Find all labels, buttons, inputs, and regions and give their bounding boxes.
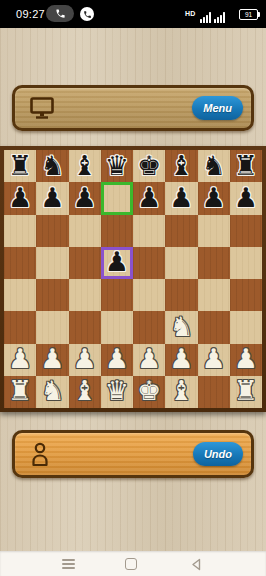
piece-white-rook: ♜ bbox=[8, 377, 32, 404]
square-g1[interactable] bbox=[198, 376, 230, 408]
square-c5[interactable] bbox=[69, 247, 101, 279]
square-g3[interactable] bbox=[198, 311, 230, 343]
piece-black-pawn: ♟ bbox=[137, 184, 161, 211]
piece-black-pawn: ♟ bbox=[40, 184, 64, 211]
volte-hd-indicator: HD bbox=[185, 10, 196, 17]
piece-black-bishop: ♝ bbox=[169, 152, 193, 179]
piece-white-king: ♚ bbox=[137, 377, 161, 404]
piece-black-knight: ♞ bbox=[202, 152, 226, 179]
square-h5[interactable] bbox=[230, 247, 262, 279]
square-e1[interactable]: ♚ bbox=[133, 376, 165, 408]
square-b7[interactable]: ♟ bbox=[36, 182, 68, 214]
square-f8[interactable]: ♝ bbox=[165, 150, 197, 182]
piece-white-knight: ♞ bbox=[169, 313, 193, 340]
phone-circle-icon bbox=[80, 7, 94, 21]
square-g8[interactable]: ♞ bbox=[198, 150, 230, 182]
active-call-pill bbox=[46, 5, 74, 22]
signal-bars-icon-sim2 bbox=[214, 9, 225, 27]
square-d2[interactable]: ♟ bbox=[101, 344, 133, 376]
square-b8[interactable]: ♞ bbox=[36, 150, 68, 182]
chess-board: ♜♞♝♛♚♝♞♜♟♟♟♟♟♟♟♟♞♟♟♟♟♟♟♟♟♜♞♝♛♚♝♜ bbox=[4, 150, 262, 408]
clock-time: 09:27 bbox=[16, 8, 45, 20]
square-d3[interactable] bbox=[101, 311, 133, 343]
piece-white-bishop: ♝ bbox=[73, 377, 97, 404]
square-h3[interactable] bbox=[230, 311, 262, 343]
piece-black-pawn: ♟ bbox=[234, 184, 258, 211]
piece-white-pawn: ♟ bbox=[234, 345, 258, 372]
square-d8[interactable]: ♛ bbox=[101, 150, 133, 182]
piece-white-pawn: ♟ bbox=[169, 345, 193, 372]
square-d5[interactable]: ♟ bbox=[101, 247, 133, 279]
square-b3[interactable] bbox=[36, 311, 68, 343]
square-g5[interactable] bbox=[198, 247, 230, 279]
piece-white-pawn: ♟ bbox=[202, 345, 226, 372]
chess-app-screen: 09:27 HD 91 Menu ♜♞♝♛♚♝♞♜♟♟♟♟♟♟♟♟♞♟♟♟♟♟♟… bbox=[0, 0, 266, 576]
square-b6[interactable] bbox=[36, 215, 68, 247]
square-h4[interactable] bbox=[230, 279, 262, 311]
square-c1[interactable]: ♝ bbox=[69, 376, 101, 408]
piece-black-pawn: ♟ bbox=[202, 184, 226, 211]
piece-black-queen: ♛ bbox=[105, 152, 129, 179]
undo-button[interactable]: Undo bbox=[193, 442, 243, 466]
square-b1[interactable]: ♞ bbox=[36, 376, 68, 408]
person-icon bbox=[29, 441, 51, 467]
square-a7[interactable]: ♟ bbox=[4, 182, 36, 214]
square-h8[interactable]: ♜ bbox=[230, 150, 262, 182]
back-icon[interactable] bbox=[190, 557, 203, 575]
piece-black-bishop: ♝ bbox=[73, 152, 97, 179]
square-f3[interactable]: ♞ bbox=[165, 311, 197, 343]
battery-icon: 91 bbox=[239, 9, 258, 20]
square-g4[interactable] bbox=[198, 279, 230, 311]
square-a4[interactable] bbox=[4, 279, 36, 311]
square-a8[interactable]: ♜ bbox=[4, 150, 36, 182]
piece-black-rook: ♜ bbox=[8, 152, 32, 179]
piece-white-pawn: ♟ bbox=[73, 345, 97, 372]
piece-black-pawn: ♟ bbox=[105, 248, 129, 275]
square-e6[interactable] bbox=[133, 215, 165, 247]
menu-icon[interactable] bbox=[62, 559, 75, 569]
square-d1[interactable]: ♛ bbox=[101, 376, 133, 408]
menu-button[interactable]: Menu bbox=[192, 96, 243, 120]
player-bar: Undo bbox=[12, 430, 254, 478]
piece-black-pawn: ♟ bbox=[8, 184, 32, 211]
square-c2[interactable]: ♟ bbox=[69, 344, 101, 376]
square-e2[interactable]: ♟ bbox=[133, 344, 165, 376]
chess-board-frame: ♜♞♝♛♚♝♞♜♟♟♟♟♟♟♟♟♞♟♟♟♟♟♟♟♟♜♞♝♛♚♝♜ bbox=[0, 146, 266, 412]
square-e4[interactable] bbox=[133, 279, 165, 311]
square-g6[interactable] bbox=[198, 215, 230, 247]
square-a2[interactable]: ♟ bbox=[4, 344, 36, 376]
square-a6[interactable] bbox=[4, 215, 36, 247]
square-g2[interactable]: ♟ bbox=[198, 344, 230, 376]
square-f5[interactable] bbox=[165, 247, 197, 279]
square-e8[interactable]: ♚ bbox=[133, 150, 165, 182]
square-f4[interactable] bbox=[165, 279, 197, 311]
square-e5[interactable] bbox=[133, 247, 165, 279]
home-icon[interactable] bbox=[125, 558, 137, 570]
square-a5[interactable] bbox=[4, 247, 36, 279]
square-e3[interactable] bbox=[133, 311, 165, 343]
square-h2[interactable]: ♟ bbox=[230, 344, 262, 376]
square-c4[interactable] bbox=[69, 279, 101, 311]
square-b4[interactable] bbox=[36, 279, 68, 311]
phone-icon bbox=[83, 10, 92, 19]
piece-white-bishop: ♝ bbox=[169, 377, 193, 404]
piece-black-king: ♚ bbox=[137, 152, 161, 179]
square-c7[interactable]: ♟ bbox=[69, 182, 101, 214]
square-a1[interactable]: ♜ bbox=[4, 376, 36, 408]
square-h6[interactable] bbox=[230, 215, 262, 247]
square-f7[interactable]: ♟ bbox=[165, 182, 197, 214]
signal-bars-icon-sim1 bbox=[200, 9, 211, 27]
square-b5[interactable] bbox=[36, 247, 68, 279]
square-f1[interactable]: ♝ bbox=[165, 376, 197, 408]
square-d4[interactable] bbox=[101, 279, 133, 311]
square-e7[interactable]: ♟ bbox=[133, 182, 165, 214]
piece-black-pawn: ♟ bbox=[169, 184, 193, 211]
piece-white-knight: ♞ bbox=[40, 377, 64, 404]
square-h1[interactable]: ♜ bbox=[230, 376, 262, 408]
square-c6[interactable] bbox=[69, 215, 101, 247]
android-nav-bar bbox=[0, 551, 266, 576]
square-c8[interactable]: ♝ bbox=[69, 150, 101, 182]
square-f2[interactable]: ♟ bbox=[165, 344, 197, 376]
square-f6[interactable] bbox=[165, 215, 197, 247]
piece-white-pawn: ♟ bbox=[105, 345, 129, 372]
square-g7[interactable]: ♟ bbox=[198, 182, 230, 214]
square-c3[interactable] bbox=[69, 311, 101, 343]
piece-white-rook: ♜ bbox=[234, 377, 258, 404]
piece-white-pawn: ♟ bbox=[8, 345, 32, 372]
status-bar: 09:27 HD 91 bbox=[0, 0, 266, 28]
square-h7[interactable]: ♟ bbox=[230, 182, 262, 214]
computer-monitor-icon bbox=[29, 96, 55, 120]
square-d7[interactable] bbox=[101, 182, 133, 214]
square-d6[interactable] bbox=[101, 215, 133, 247]
piece-white-pawn: ♟ bbox=[137, 345, 161, 372]
square-b2[interactable]: ♟ bbox=[36, 344, 68, 376]
piece-white-queen: ♛ bbox=[105, 377, 129, 404]
square-a3[interactable] bbox=[4, 311, 36, 343]
phone-call-icon bbox=[55, 8, 66, 19]
piece-black-rook: ♜ bbox=[234, 152, 258, 179]
piece-black-knight: ♞ bbox=[40, 152, 64, 179]
opponent-bar: Menu bbox=[12, 85, 254, 131]
piece-black-pawn: ♟ bbox=[73, 184, 97, 211]
piece-white-pawn: ♟ bbox=[40, 345, 64, 372]
